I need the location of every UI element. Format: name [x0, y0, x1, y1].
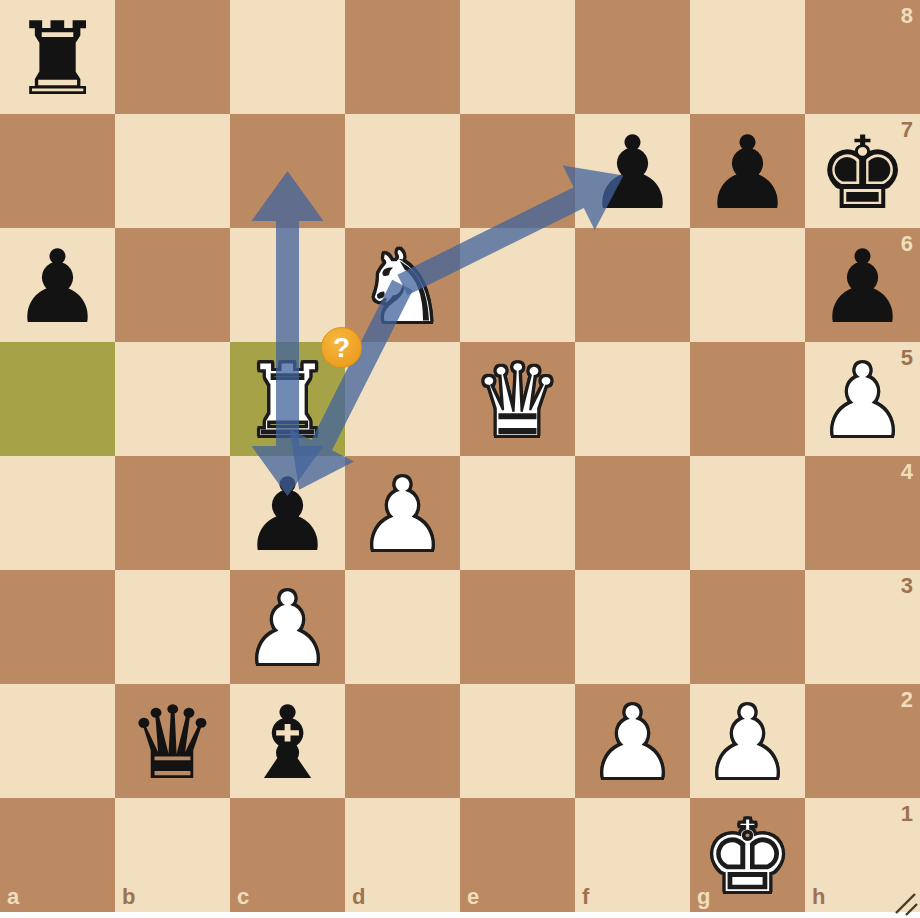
file-label-c: c: [237, 886, 249, 908]
file-label-b: b: [122, 886, 135, 908]
square-g4[interactable]: [690, 456, 805, 570]
piece-black-pawn[interactable]: ♟: [702, 123, 793, 224]
piece-white-queen[interactable]: ♛: [472, 351, 563, 452]
square-a8[interactable]: ♜: [0, 0, 115, 114]
square-a5[interactable]: [0, 342, 115, 456]
square-f7[interactable]: ♟: [575, 114, 690, 228]
file-label-f: f: [582, 886, 589, 908]
square-g2[interactable]: ♟: [690, 684, 805, 798]
square-b8[interactable]: [115, 0, 230, 114]
square-e7[interactable]: [460, 114, 575, 228]
square-e5[interactable]: ♛: [460, 342, 575, 456]
square-f4[interactable]: [575, 456, 690, 570]
file-label-d: d: [352, 886, 365, 908]
square-f2[interactable]: ♟: [575, 684, 690, 798]
square-e2[interactable]: [460, 684, 575, 798]
piece-white-pawn[interactable]: ♟: [242, 579, 333, 680]
piece-white-knight[interactable]: ♞: [357, 237, 448, 338]
square-d4[interactable]: ♟: [345, 456, 460, 570]
square-b3[interactable]: [115, 570, 230, 684]
square-c3[interactable]: ♟: [230, 570, 345, 684]
square-a7[interactable]: [0, 114, 115, 228]
chess-board: ♜8♟♟♚7♟♞♟6♜♛♟5♟♟4♟3♛♝♟♟2abcdef♚g1h: [0, 0, 920, 912]
square-f3[interactable]: [575, 570, 690, 684]
piece-black-pawn[interactable]: ♟: [817, 237, 908, 338]
square-h8[interactable]: 8: [805, 0, 920, 114]
file-label-h: h: [812, 886, 825, 908]
piece-black-bishop[interactable]: ♝: [242, 693, 333, 794]
piece-black-pawn[interactable]: ♟: [587, 123, 678, 224]
square-h3[interactable]: 3: [805, 570, 920, 684]
rank-label-6: 6: [901, 233, 913, 255]
square-f1[interactable]: f: [575, 798, 690, 912]
rank-label-1: 1: [901, 803, 913, 825]
square-a2[interactable]: [0, 684, 115, 798]
square-h2[interactable]: 2: [805, 684, 920, 798]
square-h7[interactable]: ♚7: [805, 114, 920, 228]
square-d7[interactable]: [345, 114, 460, 228]
file-label-e: e: [467, 886, 479, 908]
piece-white-pawn[interactable]: ♟: [587, 693, 678, 794]
square-b2[interactable]: ♛: [115, 684, 230, 798]
square-e4[interactable]: [460, 456, 575, 570]
square-d1[interactable]: d: [345, 798, 460, 912]
square-f6[interactable]: [575, 228, 690, 342]
square-b7[interactable]: [115, 114, 230, 228]
rank-label-2: 2: [901, 689, 913, 711]
piece-white-pawn[interactable]: ♟: [702, 693, 793, 794]
square-a3[interactable]: [0, 570, 115, 684]
rank-label-5: 5: [901, 347, 913, 369]
square-h6[interactable]: ♟6: [805, 228, 920, 342]
square-c6[interactable]: [230, 228, 345, 342]
piece-black-rook[interactable]: ♜: [12, 9, 103, 110]
square-g1[interactable]: ♚g: [690, 798, 805, 912]
rank-label-4: 4: [901, 461, 913, 483]
square-h4[interactable]: 4: [805, 456, 920, 570]
file-label-a: a: [7, 886, 19, 908]
square-c2[interactable]: ♝: [230, 684, 345, 798]
square-a4[interactable]: [0, 456, 115, 570]
square-d3[interactable]: [345, 570, 460, 684]
square-e6[interactable]: [460, 228, 575, 342]
board-wrap: ♜8♟♟♚7♟♞♟6♜♛♟5♟♟4♟3♛♝♟♟2abcdef♚g1h ?: [0, 0, 920, 918]
square-h5[interactable]: ♟5: [805, 342, 920, 456]
square-a6[interactable]: ♟: [0, 228, 115, 342]
square-g8[interactable]: [690, 0, 805, 114]
question-annotation: ?: [321, 327, 362, 368]
square-d2[interactable]: [345, 684, 460, 798]
rank-label-7: 7: [901, 119, 913, 141]
square-c4[interactable]: ♟: [230, 456, 345, 570]
square-d6[interactable]: ♞: [345, 228, 460, 342]
square-b5[interactable]: [115, 342, 230, 456]
square-f5[interactable]: [575, 342, 690, 456]
square-b6[interactable]: [115, 228, 230, 342]
file-label-g: g: [697, 886, 710, 908]
piece-black-pawn[interactable]: ♟: [12, 237, 103, 338]
square-c1[interactable]: c: [230, 798, 345, 912]
square-d8[interactable]: [345, 0, 460, 114]
piece-white-king[interactable]: ♚: [702, 807, 793, 908]
piece-white-pawn[interactable]: ♟: [817, 351, 908, 452]
square-f8[interactable]: [575, 0, 690, 114]
square-d5[interactable]: [345, 342, 460, 456]
square-g3[interactable]: [690, 570, 805, 684]
square-g5[interactable]: [690, 342, 805, 456]
piece-black-queen[interactable]: ♛: [127, 693, 218, 794]
square-b1[interactable]: b: [115, 798, 230, 912]
square-g7[interactable]: ♟: [690, 114, 805, 228]
square-a1[interactable]: a: [0, 798, 115, 912]
square-c7[interactable]: [230, 114, 345, 228]
square-e8[interactable]: [460, 0, 575, 114]
square-g6[interactable]: [690, 228, 805, 342]
piece-black-pawn[interactable]: ♟: [242, 465, 333, 566]
piece-white-rook[interactable]: ♜: [242, 351, 333, 452]
rank-label-3: 3: [901, 575, 913, 597]
square-b4[interactable]: [115, 456, 230, 570]
piece-white-pawn[interactable]: ♟: [357, 465, 448, 566]
piece-black-king[interactable]: ♚: [817, 123, 908, 224]
resize-handle-icon[interactable]: [886, 884, 920, 918]
square-e3[interactable]: [460, 570, 575, 684]
square-c8[interactable]: [230, 0, 345, 114]
square-e1[interactable]: e: [460, 798, 575, 912]
rank-label-8: 8: [901, 5, 913, 27]
